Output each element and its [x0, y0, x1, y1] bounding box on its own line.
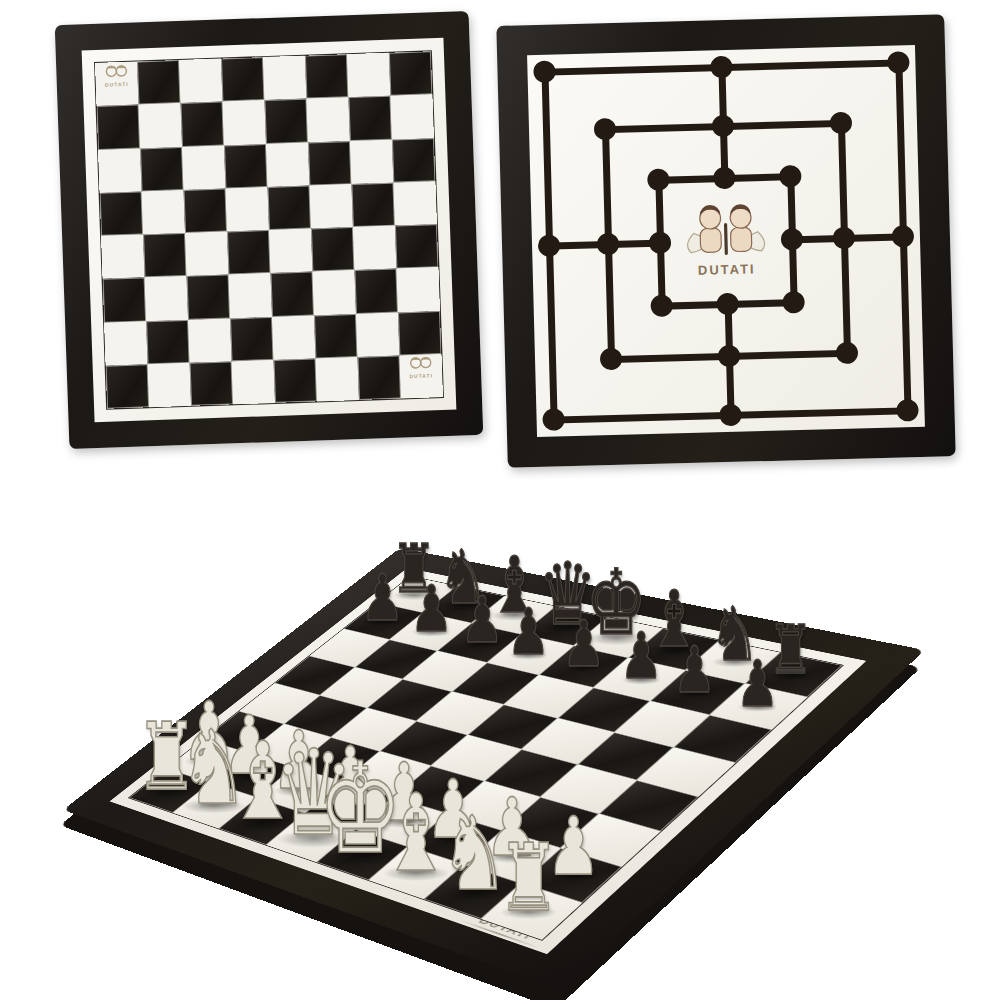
checkerboard-square-r5c3 [185, 231, 228, 276]
checkerboard-square-r4c2 [142, 190, 185, 235]
checkerboard-square-r3c5 [266, 142, 309, 187]
checkerboard-square-r8c6 [316, 357, 359, 402]
checkerboard-square-r2c8 [390, 94, 433, 139]
checkerboard-square-r8c4 [232, 360, 275, 405]
checkerboard-square-r8c5 [274, 358, 317, 403]
checkerboard-square-r3c4 [224, 144, 267, 189]
checkerboard-square-r1c1 [95, 62, 138, 107]
checkerboard-square-r4c1 [100, 191, 143, 236]
checkerboard-square-r2c6 [306, 97, 349, 142]
checkerboard-square-r7c6 [314, 314, 357, 359]
checkerboard-square-r3c6 [308, 141, 351, 186]
checkerboard-square-r3c2 [140, 146, 183, 191]
checkerboard-square-r2c7 [348, 96, 391, 141]
checkerboard-square-r8c3 [190, 361, 233, 406]
checkerboard-square-r1c7 [347, 53, 390, 98]
checkerboard-square-r7c2 [146, 319, 189, 364]
checkerboard-square-r8c8 [399, 354, 442, 399]
checkerboard-square-r2c3 [181, 102, 224, 147]
morris-point-7[interactable] [719, 404, 742, 427]
checkerboard-square-r6c2 [145, 276, 188, 321]
checkers-grid [95, 51, 443, 409]
checkerboard-square-r4c4 [226, 187, 269, 232]
checkerboard-square-r3c3 [182, 145, 225, 190]
checkerboard-square-r2c5 [264, 99, 307, 144]
checkerboard-square-r5c4 [227, 230, 270, 275]
checkerboard-square-r4c3 [184, 188, 227, 233]
morris-board[interactable]: DUTATI [496, 14, 955, 468]
morris-ring-3 [655, 173, 797, 310]
checkerboard-square-r8c2 [148, 363, 191, 408]
checkerboard-square-r7c8 [398, 311, 441, 356]
checkerboard-square-r3c1 [98, 148, 141, 193]
checkerboard-square-r7c1 [104, 321, 147, 366]
morris-point-6[interactable] [542, 408, 565, 431]
checkerboard-square-r3c7 [350, 139, 393, 184]
checkerboard-square-r1c5 [263, 56, 306, 101]
checkerboard-square-r7c4 [230, 316, 273, 361]
checkerboard-square-r5c7 [353, 226, 396, 271]
checkerboard-square-r4c7 [351, 182, 394, 227]
checkerboard-square-r5c1 [101, 234, 144, 279]
chess-board-3d[interactable]: DUTATI [63, 548, 925, 990]
morris-point-5[interactable] [892, 225, 915, 248]
checkerboard-square-r7c5 [272, 315, 315, 360]
checkerboard-square-r6c1 [103, 278, 146, 323]
checkerboard-square-r3c8 [392, 138, 435, 183]
product-photo-stage: DUTATI DUTATI [0, 0, 1000, 1000]
checkerboard-square-r1c6 [305, 54, 348, 99]
checkerboard-square-r2c1 [97, 105, 140, 150]
checkerboard-square-r2c2 [139, 103, 182, 148]
morris-point-8[interactable] [896, 399, 919, 422]
checkerboard-square-r6c3 [187, 275, 230, 320]
checkerboard-square-r4c6 [309, 184, 352, 229]
checkerboard-square-r6c7 [354, 269, 397, 314]
checkerboard-square-r8c1 [106, 364, 149, 409]
checkerboard-square-r6c8 [396, 267, 439, 312]
checkerboard-square-r1c8 [389, 51, 432, 96]
checkerboard-square-r6c6 [312, 270, 355, 315]
checkerboard-square-r2c4 [222, 100, 265, 145]
checkerboard-square-r6c4 [229, 273, 272, 318]
morris-point-3[interactable] [887, 51, 910, 74]
checkerboard-square-r1c3 [179, 59, 222, 104]
morris-board-face: DUTATI [527, 45, 925, 437]
checkerboard-square-r5c5 [269, 229, 312, 274]
checkerboard-square-r1c2 [137, 60, 180, 105]
checkerboard-square-r4c5 [267, 185, 310, 230]
checkerboard-square-r1c4 [221, 57, 264, 102]
checkerboard-square-r5c2 [143, 233, 186, 278]
checkerboard-square-r4c8 [393, 181, 436, 226]
checkerboard-square-r7c3 [188, 318, 231, 363]
checkers-board[interactable]: DUTATI DUTATI [55, 11, 484, 449]
checkerboard-square-r8c7 [357, 355, 400, 400]
checkerboard-square-r5c6 [311, 227, 354, 272]
checkerboard-square-r6c5 [271, 272, 314, 317]
checkerboard-square-r5c8 [395, 224, 438, 269]
checkerboard-square-r7c7 [356, 312, 399, 357]
